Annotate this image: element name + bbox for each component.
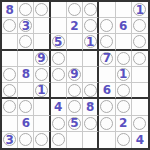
- sudoku-board: 813265197891164865234: [0, 0, 150, 150]
- odd-circle: [117, 133, 130, 146]
- cell-r7c5[interactable]: [67, 99, 83, 115]
- cell-r3c5[interactable]: [67, 34, 83, 50]
- given-digit: 6: [22, 117, 30, 129]
- cell-r3c3[interactable]: [34, 34, 50, 50]
- cell-r2c2[interactable]: 3: [18, 18, 34, 34]
- cell-r9c1[interactable]: 3: [2, 132, 18, 148]
- given-digit: 7: [103, 52, 111, 64]
- odd-circle: [117, 52, 130, 65]
- cell-r4c6[interactable]: [83, 51, 99, 67]
- cell-r8c7[interactable]: [99, 116, 115, 132]
- odd-circle: [68, 3, 81, 16]
- given-digit: 1: [86, 36, 94, 48]
- cell-r3c8[interactable]: [116, 34, 132, 50]
- odd-circle: [100, 117, 113, 130]
- cell-r8c2[interactable]: 6: [18, 116, 34, 132]
- cell-r6c3[interactable]: 1: [34, 83, 50, 99]
- cell-r7c9[interactable]: [132, 99, 148, 115]
- cell-r5c6[interactable]: [83, 67, 99, 83]
- odd-circle: [35, 68, 48, 81]
- cell-r2c7[interactable]: [99, 18, 115, 34]
- cell-r1c8[interactable]: [116, 2, 132, 18]
- given-digit: 9: [37, 52, 45, 64]
- cell-r6c7[interactable]: 6: [99, 83, 115, 99]
- cell-r7c4[interactable]: 4: [51, 99, 67, 115]
- cell-r4c8[interactable]: [116, 51, 132, 67]
- cell-r6c9[interactable]: [132, 83, 148, 99]
- cell-r4c4[interactable]: [51, 51, 67, 67]
- cell-r4c3[interactable]: 9: [34, 51, 50, 67]
- odd-circle: [68, 84, 81, 97]
- cell-r3c2[interactable]: [18, 34, 34, 50]
- cell-r7c7[interactable]: [99, 99, 115, 115]
- cell-r3c6[interactable]: 1: [83, 34, 99, 50]
- odd-circle: [100, 19, 113, 32]
- odd-circle: [19, 35, 32, 48]
- cell-r8c8[interactable]: 2: [116, 116, 132, 132]
- cell-r6c4[interactable]: [51, 83, 67, 99]
- cell-r2c8[interactable]: 6: [116, 18, 132, 34]
- odd-circle: [52, 68, 65, 81]
- odd-circle: [133, 52, 146, 65]
- cell-r1c2[interactable]: [18, 2, 34, 18]
- cell-r7c8[interactable]: [116, 99, 132, 115]
- cell-r5c3[interactable]: [34, 67, 50, 83]
- odd-circle: [52, 117, 65, 130]
- cell-r6c6[interactable]: [83, 83, 99, 99]
- given-digit: 9: [70, 68, 78, 80]
- odd-circle: [133, 19, 146, 32]
- odd-circle: [100, 35, 113, 48]
- cell-r1c6[interactable]: [83, 2, 99, 18]
- cell-r2c6[interactable]: [83, 18, 99, 34]
- cell-r2c9[interactable]: [132, 18, 148, 34]
- given-digit: 4: [54, 101, 62, 113]
- odd-circle: [84, 19, 97, 32]
- given-digit: 8: [86, 101, 94, 113]
- cell-r9c7[interactable]: [99, 132, 115, 148]
- odd-circle: [3, 100, 16, 113]
- odd-circle: 9: [68, 68, 81, 81]
- given-digit: 5: [54, 36, 62, 48]
- odd-circle: [19, 3, 32, 16]
- given-digit: 2: [119, 117, 127, 129]
- cell-r9c4[interactable]: [51, 132, 67, 148]
- given-digit: 8: [5, 4, 13, 16]
- odd-circle: [3, 84, 16, 97]
- odd-circle: [117, 84, 130, 97]
- odd-circle: 5: [52, 35, 65, 48]
- odd-circle: [84, 84, 97, 97]
- odd-circle: 1: [84, 35, 97, 48]
- odd-circle: [133, 117, 146, 130]
- given-digit: 2: [70, 20, 78, 32]
- odd-circle: 9: [35, 52, 48, 65]
- given-digit: 8: [22, 68, 30, 80]
- cell-r5c7[interactable]: [99, 67, 115, 83]
- odd-circle: [35, 3, 48, 16]
- cell-r3c1[interactable]: [2, 34, 18, 50]
- given-digit: 6: [119, 20, 127, 32]
- cell-r1c4[interactable]: [51, 2, 67, 18]
- cell-r7c3[interactable]: [34, 99, 50, 115]
- cell-r2c1[interactable]: [2, 18, 18, 34]
- odd-circle: 1: [133, 3, 146, 16]
- cell-r1c9[interactable]: 1: [132, 2, 148, 18]
- odd-circle: [52, 133, 65, 146]
- cell-r6c1[interactable]: [2, 83, 18, 99]
- cell-r1c5[interactable]: [67, 2, 83, 18]
- cell-r5c1[interactable]: [2, 67, 18, 83]
- odd-circle: 7: [100, 52, 113, 65]
- cell-r2c4[interactable]: [51, 18, 67, 34]
- cell-r9c9[interactable]: 4: [132, 132, 148, 148]
- cell-r5c2[interactable]: 8: [18, 67, 34, 83]
- given-digit: 1: [119, 68, 127, 80]
- cell-r1c7[interactable]: [99, 2, 115, 18]
- odd-circle: [3, 68, 16, 81]
- cell-r1c3[interactable]: [34, 2, 50, 18]
- odd-circle: 3: [3, 133, 16, 146]
- cell-r6c8[interactable]: [116, 83, 132, 99]
- cell-r3c7[interactable]: [99, 34, 115, 50]
- cell-r9c2[interactable]: [18, 132, 34, 148]
- odd-circle: 1: [117, 68, 130, 81]
- cell-r5c8[interactable]: 1: [116, 67, 132, 83]
- odd-circle: [52, 52, 65, 65]
- odd-circle: [84, 3, 97, 16]
- odd-circle: [3, 19, 16, 32]
- cell-r8c1[interactable]: [2, 116, 18, 132]
- cell-r4c9[interactable]: [132, 51, 148, 67]
- given-digit: 3: [22, 20, 30, 32]
- cell-r9c8[interactable]: [116, 132, 132, 148]
- odd-circle: 5: [68, 117, 81, 130]
- odd-circle: [117, 100, 130, 113]
- given-digit: 5: [70, 117, 78, 129]
- cell-r6c2[interactable]: [18, 83, 34, 99]
- odd-circle: [68, 100, 81, 113]
- cell-r9c6[interactable]: [83, 132, 99, 148]
- odd-circle: 3: [19, 19, 32, 32]
- cell-r9c3[interactable]: [34, 132, 50, 148]
- cell-r8c6[interactable]: [83, 116, 99, 132]
- odd-circle: 1: [35, 84, 48, 97]
- odd-circle: [133, 35, 146, 48]
- cell-r8c5[interactable]: 5: [67, 116, 83, 132]
- cell-r5c9[interactable]: [132, 67, 148, 83]
- odd-circle: [84, 117, 97, 130]
- odd-circle: [19, 133, 32, 146]
- cell-r5c5[interactable]: 9: [67, 67, 83, 83]
- cell-r5c4[interactable]: [51, 67, 67, 83]
- cell-r3c4[interactable]: 5: [51, 34, 67, 50]
- cell-r6c5[interactable]: [67, 83, 83, 99]
- cell-r8c9[interactable]: [132, 116, 148, 132]
- cell-r4c2[interactable]: [18, 51, 34, 67]
- cell-r7c6[interactable]: 8: [83, 99, 99, 115]
- cell-r7c2[interactable]: [18, 99, 34, 115]
- odd-circle: [100, 100, 113, 113]
- cell-r1c1[interactable]: 8: [2, 2, 18, 18]
- cell-r4c5[interactable]: [67, 51, 83, 67]
- cell-r4c1[interactable]: [2, 51, 18, 67]
- cell-r9c5[interactable]: [67, 132, 83, 148]
- cell-r3c9[interactable]: [132, 34, 148, 50]
- odd-circle: [19, 100, 32, 113]
- cell-r4c7[interactable]: 7: [99, 51, 115, 67]
- given-digit: 1: [37, 84, 45, 96]
- given-digit: 6: [103, 84, 111, 96]
- given-digit: 1: [136, 4, 144, 16]
- cell-r7c1[interactable]: [2, 99, 18, 115]
- given-digit: 3: [5, 134, 13, 146]
- cell-r2c5[interactable]: 2: [67, 18, 83, 34]
- cell-r2c3[interactable]: [34, 18, 50, 34]
- given-digit: 4: [136, 134, 144, 146]
- odd-circle: [35, 133, 48, 146]
- cell-r8c4[interactable]: [51, 116, 67, 132]
- cell-r8c3[interactable]: [34, 116, 50, 132]
